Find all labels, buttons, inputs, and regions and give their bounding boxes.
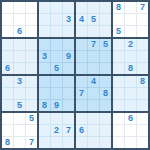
- cell-digit: 6: [79, 126, 84, 135]
- cell-r9c4[interactable]: 8: [39, 100, 50, 111]
- cell-r6c6[interactable]: [63, 63, 74, 74]
- cell-r4c3[interactable]: [26, 39, 37, 50]
- cell-r12c1[interactable]: 8: [2, 137, 13, 148]
- box-2-4: 28: [113, 39, 148, 74]
- cell-r5c4[interactable]: 3: [39, 51, 50, 62]
- sudoku-board: 634587563957528358947885872766: [0, 0, 150, 150]
- cell-r7c5[interactable]: [51, 76, 62, 87]
- cell-r5c10[interactable]: [113, 51, 124, 62]
- cell-r10c9[interactable]: [100, 113, 111, 124]
- cell-r11c10[interactable]: [113, 125, 124, 136]
- box-3-3: 478: [76, 76, 111, 111]
- cell-r1c4[interactable]: [39, 2, 50, 13]
- cell-r11c11[interactable]: [125, 125, 136, 136]
- box-1-4: 875: [113, 2, 148, 37]
- cell-r6c9[interactable]: [100, 63, 111, 74]
- cell-digit: 9: [66, 52, 71, 61]
- box-2-1: 6: [2, 39, 37, 74]
- cell-digit: 4: [79, 15, 84, 24]
- cell-r2c1[interactable]: [2, 14, 13, 25]
- cell-digit: 7: [140, 3, 145, 12]
- box-1-3: 45: [76, 2, 111, 37]
- cell-r3c11[interactable]: [125, 26, 136, 37]
- cell-r1c10[interactable]: 8: [113, 2, 124, 13]
- cell-r8c8[interactable]: [88, 88, 99, 99]
- cell-digit: 3: [17, 77, 22, 86]
- cell-r12c9[interactable]: [100, 137, 111, 148]
- cell-r7c12[interactable]: 8: [137, 76, 148, 87]
- cell-r7c1[interactable]: [2, 76, 13, 87]
- cell-r10c1[interactable]: [2, 113, 13, 124]
- cell-r11c7[interactable]: 6: [76, 125, 87, 136]
- cell-r5c1[interactable]: [2, 51, 13, 62]
- cell-digit: 4: [91, 77, 96, 86]
- cell-r7c3[interactable]: [26, 76, 37, 87]
- cell-digit: 6: [17, 27, 22, 36]
- cell-r4c10[interactable]: [113, 39, 124, 50]
- cell-digit: 5: [116, 27, 121, 36]
- cell-r6c1[interactable]: 6: [2, 63, 13, 74]
- cell-r1c1[interactable]: [2, 2, 13, 13]
- cell-r9c9[interactable]: [100, 100, 111, 111]
- cell-r12c5[interactable]: [51, 137, 62, 148]
- cell-r1c8[interactable]: [88, 2, 99, 13]
- cell-r9c7[interactable]: [76, 100, 87, 111]
- cell-r9c1[interactable]: [2, 100, 13, 111]
- cell-r7c10[interactable]: [113, 76, 124, 87]
- cell-digit: 3: [42, 52, 47, 61]
- cell-r5c12[interactable]: [137, 51, 148, 62]
- cell-r6c11[interactable]: 8: [125, 63, 136, 74]
- cell-r10c10[interactable]: [113, 113, 124, 124]
- box-1-2: 3: [39, 2, 74, 37]
- cell-r6c10[interactable]: [113, 63, 124, 74]
- box-1-1: 6: [2, 2, 37, 37]
- cell-r11c8[interactable]: [88, 125, 99, 136]
- cell-r9c3[interactable]: [26, 100, 37, 111]
- cell-r9c11[interactable]: [125, 100, 136, 111]
- box-4-4: 6: [113, 113, 148, 148]
- cell-r9c2[interactable]: 5: [14, 100, 25, 111]
- cell-digit: 3: [66, 15, 71, 24]
- cell-r4c9[interactable]: 5: [100, 39, 111, 50]
- cell-r12c7[interactable]: [76, 137, 87, 148]
- cell-r8c11[interactable]: [125, 88, 136, 99]
- cell-r2c3[interactable]: [26, 14, 37, 25]
- cell-r6c7[interactable]: [76, 63, 87, 74]
- cell-r8c6[interactable]: [63, 88, 74, 99]
- cell-r4c1[interactable]: [2, 39, 13, 50]
- cell-r3c8[interactable]: [88, 26, 99, 37]
- cell-r2c8[interactable]: 5: [88, 14, 99, 25]
- cell-r5c9[interactable]: [100, 51, 111, 62]
- cell-r1c12[interactable]: 7: [137, 2, 148, 13]
- cell-r8c3[interactable]: [26, 88, 37, 99]
- cell-r6c8[interactable]: [88, 63, 99, 74]
- cell-digit: 2: [128, 40, 133, 49]
- cell-digit: 5: [91, 15, 96, 24]
- cell-r11c9[interactable]: [100, 125, 111, 136]
- cell-r3c7[interactable]: [76, 26, 87, 37]
- cell-r8c7[interactable]: 7: [76, 88, 87, 99]
- cell-r4c11[interactable]: 2: [125, 39, 136, 50]
- cell-r7c7[interactable]: [76, 76, 87, 87]
- cell-r5c5[interactable]: [51, 51, 62, 62]
- cell-r1c7[interactable]: [76, 2, 87, 13]
- cell-r3c2[interactable]: 6: [14, 26, 25, 37]
- cell-digit: 8: [128, 64, 133, 73]
- cell-r3c12[interactable]: [137, 26, 148, 37]
- box-2-2: 395: [39, 39, 74, 74]
- cell-r8c1[interactable]: [2, 88, 13, 99]
- cell-r1c9[interactable]: [100, 2, 111, 13]
- cell-digit: 8: [42, 101, 47, 110]
- cell-digit: 5: [29, 114, 34, 123]
- cell-r3c5[interactable]: [51, 26, 62, 37]
- cell-r4c5[interactable]: [51, 39, 62, 50]
- cell-r3c10[interactable]: 5: [113, 26, 124, 37]
- box-3-2: 89: [39, 76, 74, 111]
- cell-r12c8[interactable]: [88, 137, 99, 148]
- cell-r8c4[interactable]: [39, 88, 50, 99]
- cell-r2c10[interactable]: [113, 14, 124, 25]
- cell-r4c12[interactable]: [137, 39, 148, 50]
- cell-r6c12[interactable]: [137, 63, 148, 74]
- cell-digit: 6: [5, 64, 10, 73]
- cell-r2c9[interactable]: [100, 14, 111, 25]
- cell-digit: 8: [103, 89, 108, 98]
- cell-r11c2[interactable]: [14, 125, 25, 136]
- cell-r8c5[interactable]: [51, 88, 62, 99]
- cell-r6c4[interactable]: [39, 63, 50, 74]
- cell-r1c6[interactable]: [63, 2, 74, 13]
- cell-r12c2[interactable]: [14, 137, 25, 148]
- cell-digit: 8: [116, 3, 121, 12]
- cell-r8c9[interactable]: 8: [100, 88, 111, 99]
- cell-digit: 7: [91, 40, 96, 49]
- cell-r11c6[interactable]: 7: [63, 125, 74, 136]
- box-2-3: 75: [76, 39, 111, 74]
- cell-r3c4[interactable]: [39, 26, 50, 37]
- cell-digit: 7: [29, 138, 34, 147]
- cell-r2c2[interactable]: [14, 14, 25, 25]
- cell-r12c4[interactable]: [39, 137, 50, 148]
- cell-r7c11[interactable]: [125, 76, 136, 87]
- cell-r4c4[interactable]: [39, 39, 50, 50]
- cell-r7c6[interactable]: [63, 76, 74, 87]
- cell-r9c6[interactable]: [63, 100, 74, 111]
- box-3-1: 35: [2, 76, 37, 111]
- cell-r10c11[interactable]: 6: [125, 113, 136, 124]
- cell-r6c5[interactable]: 5: [51, 63, 62, 74]
- cell-r2c5[interactable]: [51, 14, 62, 25]
- cell-r9c8[interactable]: [88, 100, 99, 111]
- cell-r11c4[interactable]: [39, 125, 50, 136]
- cell-r2c6[interactable]: 3: [63, 14, 74, 25]
- cell-r11c3[interactable]: [26, 125, 37, 136]
- cell-r10c2[interactable]: [14, 113, 25, 124]
- cell-r11c1[interactable]: [2, 125, 13, 136]
- cell-r12c11[interactable]: [125, 137, 136, 148]
- cell-r4c2[interactable]: [14, 39, 25, 50]
- box-4-2: 27: [39, 113, 74, 148]
- cell-r12c12[interactable]: [137, 137, 148, 148]
- cell-r3c6[interactable]: [63, 26, 74, 37]
- cell-digit: 5: [54, 64, 59, 73]
- cell-r11c12[interactable]: [137, 125, 148, 136]
- cell-digit: 5: [103, 40, 108, 49]
- cell-r8c12[interactable]: [137, 88, 148, 99]
- cell-r6c3[interactable]: [26, 63, 37, 74]
- cell-r12c3[interactable]: 7: [26, 137, 37, 148]
- box-3-4: 8: [113, 76, 148, 111]
- cell-r10c8[interactable]: [88, 113, 99, 124]
- box-4-1: 587: [2, 113, 37, 148]
- cell-r3c3[interactable]: [26, 26, 37, 37]
- cell-r2c12[interactable]: [137, 14, 148, 25]
- cell-r1c2[interactable]: [14, 2, 25, 13]
- cell-digit: 7: [66, 126, 71, 135]
- cell-digit: 5: [17, 101, 22, 110]
- cell-r2c7[interactable]: 4: [76, 14, 87, 25]
- cell-r2c11[interactable]: [125, 14, 136, 25]
- cell-r8c10[interactable]: [113, 88, 124, 99]
- cell-r3c9[interactable]: [100, 26, 111, 37]
- cell-r6c2[interactable]: [14, 63, 25, 74]
- cell-r7c9[interactable]: [100, 76, 111, 87]
- cell-r9c5[interactable]: 9: [51, 100, 62, 111]
- cell-r4c8[interactable]: 7: [88, 39, 99, 50]
- cell-r4c6[interactable]: [63, 39, 74, 50]
- cell-r10c4[interactable]: [39, 113, 50, 124]
- cell-digit: 8: [5, 138, 10, 147]
- cell-r7c4[interactable]: [39, 76, 50, 87]
- cell-digit: 8: [140, 77, 145, 86]
- cell-r10c5[interactable]: [51, 113, 62, 124]
- cell-r2c4[interactable]: [39, 14, 50, 25]
- cell-digit: 6: [128, 114, 133, 123]
- cell-r5c6[interactable]: 9: [63, 51, 74, 62]
- cell-r7c2[interactable]: 3: [14, 76, 25, 87]
- cell-r11c5[interactable]: 2: [51, 125, 62, 136]
- cell-r4c7[interactable]: [76, 39, 87, 50]
- cell-digit: 7: [79, 89, 84, 98]
- cell-r1c3[interactable]: [26, 2, 37, 13]
- cell-r9c10[interactable]: [113, 100, 124, 111]
- cell-r3c1[interactable]: [2, 26, 13, 37]
- cell-r12c10[interactable]: [113, 137, 124, 148]
- cell-r5c3[interactable]: [26, 51, 37, 62]
- cell-r10c6[interactable]: [63, 113, 74, 124]
- cell-r9c12[interactable]: [137, 100, 148, 111]
- cell-r8c2[interactable]: [14, 88, 25, 99]
- cell-r5c7[interactable]: [76, 51, 87, 62]
- cell-r10c7[interactable]: [76, 113, 87, 124]
- cell-r1c5[interactable]: [51, 2, 62, 13]
- cell-r5c8[interactable]: [88, 51, 99, 62]
- box-4-3: 6: [76, 113, 111, 148]
- cell-r7c8[interactable]: 4: [88, 76, 99, 87]
- cell-r1c11[interactable]: [125, 2, 136, 13]
- cell-digit: 9: [54, 101, 59, 110]
- cell-r12c6[interactable]: [63, 137, 74, 148]
- cell-r10c3[interactable]: 5: [26, 113, 37, 124]
- cell-r5c11[interactable]: [125, 51, 136, 62]
- cell-digit: 2: [54, 126, 59, 135]
- cell-r10c12[interactable]: [137, 113, 148, 124]
- cell-r5c2[interactable]: [14, 51, 25, 62]
